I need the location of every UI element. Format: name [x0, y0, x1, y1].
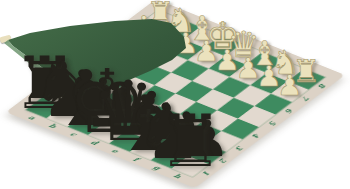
rank-label-8: 8	[316, 83, 328, 89]
file-label-c: c	[68, 131, 79, 138]
rank-label-7: 7	[300, 95, 312, 101]
file-label-b: b	[47, 122, 58, 129]
rank-label-6: 6	[283, 107, 295, 113]
rank-label-2: 2	[217, 157, 229, 163]
file-label-f: f	[131, 156, 140, 162]
file-label-a: a	[26, 114, 37, 121]
rank-label-1: 1	[201, 170, 213, 176]
file-label-h: h	[172, 173, 184, 180]
file-label-g: g	[151, 164, 162, 171]
rank-label-4: 4	[250, 132, 262, 138]
rank-label-5: 5	[267, 120, 279, 126]
rank-label-3: 3	[234, 145, 246, 151]
chess-set-photo: abcdefgh12345678 ♜♞♝♚♛♝♞♜♟♟♟♟♟♟♟♟♟♟♟♟♟♟♟…	[0, 0, 350, 189]
file-label-d: d	[89, 139, 100, 146]
file-label-e: e	[110, 148, 121, 155]
